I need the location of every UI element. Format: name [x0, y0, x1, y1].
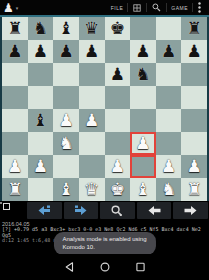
overflow-dots-icon — [198, 2, 201, 13]
blue-arrow-left-icon — [38, 205, 51, 216]
square-f2[interactable] — [130, 155, 156, 178]
square-c6[interactable] — [53, 63, 79, 86]
square-d3[interactable] — [79, 132, 105, 155]
white-knight: ♞ — [161, 181, 176, 198]
square-a1[interactable]: ♜ — [2, 178, 28, 201]
black-rook: ♜ — [7, 20, 22, 37]
square-c8[interactable]: ♝ — [53, 17, 79, 40]
square-g2[interactable]: ♟ — [156, 155, 182, 178]
square-b5[interactable] — [28, 86, 54, 109]
action-bar: ♟ ▾ FILE GAME — [0, 0, 209, 15]
black-rook: ♜ — [187, 20, 202, 37]
file-menu-button[interactable]: FILE — [107, 5, 128, 11]
app-icon-chess-pawn[interactable]: ♟ — [3, 2, 14, 14]
square-e1[interactable]: ♚ — [105, 178, 131, 201]
chevron-down-icon: ▾ — [16, 5, 19, 11]
white-bishop: ♝ — [58, 181, 73, 198]
square-h1[interactable]: ♜ — [181, 178, 207, 201]
square-h3[interactable] — [181, 132, 207, 155]
square-e7[interactable] — [105, 40, 131, 63]
white-pawn: ♟ — [33, 158, 48, 175]
square-g4[interactable] — [156, 109, 182, 132]
square-c5[interactable] — [53, 86, 79, 109]
black-pawn: ♟ — [110, 66, 125, 83]
engine-activity-dot — [0, 202, 2, 204]
board-frame: ♜♞♝♛♚♜♟♟♟♟♟♟♟♟♞♝♟♟♞♟♟♟♟♟♟♜♝♛♚♝♞♜ — [0, 15, 209, 201]
square-d7[interactable]: ♟ — [79, 40, 105, 63]
square-e6[interactable]: ♟ — [105, 63, 131, 86]
square-e8[interactable]: ♚ — [105, 17, 131, 40]
black-pawn: ♟ — [84, 43, 99, 60]
recents-button[interactable] — [136, 262, 145, 272]
square-b4[interactable]: ♝ — [28, 109, 54, 132]
square-h6[interactable] — [181, 63, 207, 86]
white-pawn: ♟ — [135, 135, 150, 152]
black-bishop: ♝ — [33, 112, 48, 129]
square-h8[interactable]: ♜ — [181, 17, 207, 40]
square-d6[interactable] — [79, 63, 105, 86]
magnifier-icon — [111, 205, 123, 217]
blue-arrow-right-icon — [74, 205, 87, 216]
analysis-mode-button[interactable] — [100, 202, 135, 219]
square-b1[interactable] — [28, 178, 54, 201]
back-button[interactable] — [65, 262, 74, 272]
android-nav-bar — [0, 254, 209, 280]
square-e2[interactable]: ♟ — [105, 155, 131, 178]
custom-button-1[interactable] — [27, 202, 62, 219]
square-c7[interactable]: ♟ — [53, 40, 79, 63]
square-c1[interactable]: ♝ — [53, 178, 79, 201]
square-f8[interactable] — [130, 17, 156, 40]
square-g5[interactable] — [156, 86, 182, 109]
black-queen: ♛ — [84, 20, 99, 37]
overflow-menu-button[interactable] — [193, 2, 206, 13]
square-a7[interactable]: ♟ — [2, 40, 28, 63]
white-pawn: ♟ — [7, 158, 22, 175]
white-knight: ♞ — [58, 135, 73, 152]
square-d1[interactable]: ♛ — [79, 178, 105, 201]
white-pawn: ♟ — [187, 158, 202, 175]
white-bishop: ♝ — [135, 181, 150, 198]
black-pawn: ♟ — [187, 43, 202, 60]
square-f3[interactable]: ♟ — [130, 132, 156, 155]
square-g3[interactable] — [156, 132, 182, 155]
white-pawn: ♟ — [161, 158, 176, 175]
redo-move-button[interactable] — [173, 202, 208, 219]
square-d5[interactable] — [79, 86, 105, 109]
white-pawn: ♟ — [84, 112, 99, 129]
black-pawn: ♟ — [7, 43, 22, 60]
square-a5[interactable] — [2, 86, 28, 109]
search-button[interactable] — [147, 3, 166, 12]
square-h2[interactable]: ♟ — [181, 155, 207, 178]
white-queen: ♛ — [84, 181, 99, 198]
square-e3[interactable] — [105, 132, 131, 155]
square-f4[interactable] — [130, 109, 156, 132]
square-a2[interactable]: ♟ — [2, 155, 28, 178]
square-g1[interactable]: ♞ — [156, 178, 182, 201]
side-to-move-indicator — [0, 201, 26, 221]
square-a4[interactable] — [2, 109, 28, 132]
black-pawn: ♟ — [33, 43, 48, 60]
square-c2[interactable] — [53, 155, 79, 178]
black-pawn: ♟ — [161, 43, 176, 60]
square-b8[interactable]: ♞ — [28, 17, 54, 40]
square-e5[interactable] — [105, 86, 131, 109]
game-menu-button[interactable]: GAME — [167, 5, 192, 11]
black-knight: ♞ — [33, 20, 48, 37]
square-g6[interactable] — [156, 63, 182, 86]
chess-board: ♜♞♝♛♚♜♟♟♟♟♟♟♟♟♞♝♟♟♞♟♟♟♟♟♟♜♝♛♚♝♞♜ — [2, 17, 207, 201]
white-king: ♚ — [110, 181, 125, 198]
board-grid-button[interactable] — [128, 4, 146, 12]
square-d4[interactable]: ♟ — [79, 109, 105, 132]
toast-line-2: Komodo 10. — [62, 244, 146, 252]
black-pawn: ♟ — [58, 43, 73, 60]
square-c3[interactable]: ♞ — [53, 132, 79, 155]
square-a3[interactable] — [2, 132, 28, 155]
square-e4[interactable] — [105, 109, 131, 132]
square-h5[interactable] — [181, 86, 207, 109]
square-g7[interactable]: ♟ — [156, 40, 182, 63]
square-b2[interactable]: ♟ — [28, 155, 54, 178]
black-pawn: ♟ — [135, 43, 150, 60]
square-b7[interactable]: ♟ — [28, 40, 54, 63]
square-f5[interactable] — [130, 86, 156, 109]
square-b3[interactable] — [28, 132, 54, 155]
square-h4[interactable] — [181, 109, 207, 132]
square-d2[interactable] — [79, 155, 105, 178]
arrow-left-icon — [148, 205, 161, 216]
square-c4[interactable]: ♟ — [53, 109, 79, 132]
home-button[interactable] — [100, 262, 110, 272]
square-f6[interactable]: ♞ — [130, 63, 156, 86]
toast-message: Analysis mode is enabled using Komodo 10… — [53, 232, 155, 255]
toast-line-1: Analysis mode is enabled using — [62, 236, 146, 244]
white-rook: ♜ — [7, 181, 22, 198]
white-square-icon — [3, 203, 10, 210]
square-f7[interactable]: ♟ — [130, 40, 156, 63]
undo-move-button[interactable] — [137, 202, 172, 219]
black-bishop: ♝ — [58, 20, 73, 37]
custom-button-2[interactable] — [64, 202, 99, 219]
grid-icon — [133, 4, 141, 12]
square-h7[interactable]: ♟ — [181, 40, 207, 63]
square-g8[interactable] — [156, 17, 182, 40]
square-d8[interactable]: ♛ — [79, 17, 105, 40]
toolbar — [0, 201, 209, 221]
square-a6[interactable] — [2, 63, 28, 86]
white-rook: ♜ — [187, 181, 202, 198]
square-f1[interactable]: ♝ — [130, 178, 156, 201]
white-pawn: ♟ — [110, 158, 125, 175]
arrow-right-icon — [184, 205, 197, 216]
square-b6[interactable] — [28, 63, 54, 86]
search-icon — [152, 3, 161, 12]
white-pawn: ♟ — [58, 112, 73, 129]
square-a8[interactable]: ♜ — [2, 17, 28, 40]
black-king: ♚ — [110, 20, 125, 37]
chess-app-screen: ♟ ▾ FILE GAME — [0, 0, 209, 280]
black-knight: ♞ — [135, 66, 150, 83]
